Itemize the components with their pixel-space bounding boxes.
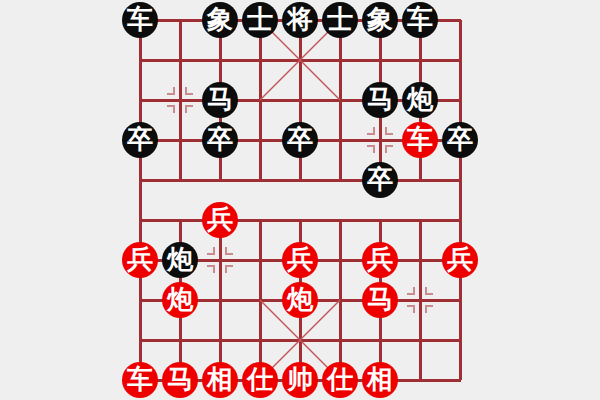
piece-black-cannon[interactable]: 炮 [402, 82, 438, 118]
piece-black-soldier[interactable]: 卒 [122, 122, 158, 158]
star-point-bracket [185, 87, 193, 95]
star-point-marker [167, 87, 193, 113]
piece-black-advisor[interactable]: 士 [242, 2, 278, 38]
piece-black-cannon[interactable]: 炮 [162, 242, 198, 278]
star-point-bracket [225, 265, 233, 273]
piece-black-chariot[interactable]: 车 [122, 2, 158, 38]
star-point-bracket [425, 305, 433, 313]
piece-black-elephant[interactable]: 象 [202, 2, 238, 38]
star-point-bracket [207, 265, 215, 273]
piece-red-elephant[interactable]: 相 [362, 362, 398, 398]
star-point-bracket [367, 127, 375, 135]
piece-red-horse[interactable]: 马 [162, 362, 198, 398]
piece-red-horse[interactable]: 马 [362, 282, 398, 318]
piece-red-advisor[interactable]: 仕 [242, 362, 278, 398]
star-point-bracket [407, 287, 415, 295]
xiangqi-board-surface[interactable]: 车象士将士象车马马炮卒卒卒车卒卒兵兵炮兵兵兵炮炮马车马相仕帅仕相 [120, 0, 480, 400]
piece-red-soldier[interactable]: 兵 [122, 242, 158, 278]
piece-red-cannon[interactable]: 炮 [282, 282, 318, 318]
piece-black-elephant[interactable]: 象 [362, 2, 398, 38]
piece-black-horse[interactable]: 马 [362, 82, 398, 118]
star-point-bracket [225, 247, 233, 255]
piece-black-chariot[interactable]: 车 [402, 2, 438, 38]
star-point-bracket [385, 127, 393, 135]
star-point-bracket [385, 145, 393, 153]
piece-black-advisor[interactable]: 士 [322, 2, 358, 38]
star-point-bracket [167, 105, 175, 113]
piece-red-soldier[interactable]: 兵 [202, 202, 238, 238]
piece-black-horse[interactable]: 马 [202, 82, 238, 118]
star-point-marker [367, 127, 393, 153]
piece-red-chariot[interactable]: 车 [122, 362, 158, 398]
piece-red-soldier[interactable]: 兵 [362, 242, 398, 278]
star-point-bracket [425, 287, 433, 295]
star-point-bracket [185, 105, 193, 113]
star-point-marker [207, 247, 233, 273]
piece-red-soldier[interactable]: 兵 [282, 242, 318, 278]
star-point-bracket [407, 305, 415, 313]
star-point-marker [407, 287, 433, 313]
piece-red-elephant[interactable]: 相 [202, 362, 238, 398]
piece-black-soldier[interactable]: 卒 [282, 122, 318, 158]
star-point-bracket [367, 145, 375, 153]
star-point-bracket [207, 247, 215, 255]
piece-red-general[interactable]: 帅 [282, 362, 318, 398]
piece-red-soldier[interactable]: 兵 [442, 242, 478, 278]
piece-red-cannon[interactable]: 炮 [162, 282, 198, 318]
piece-red-chariot[interactable]: 车 [402, 122, 438, 158]
piece-red-advisor[interactable]: 仕 [322, 362, 358, 398]
piece-black-soldier[interactable]: 卒 [442, 122, 478, 158]
piece-black-soldier[interactable]: 卒 [362, 162, 398, 198]
piece-black-soldier[interactable]: 卒 [202, 122, 238, 158]
star-point-bracket [167, 87, 175, 95]
piece-black-general[interactable]: 将 [282, 2, 318, 38]
xiangqi-app-background: 车象士将士象车马马炮卒卒卒车卒卒兵兵炮兵兵兵炮炮马车马相仕帅仕相 [0, 0, 600, 400]
